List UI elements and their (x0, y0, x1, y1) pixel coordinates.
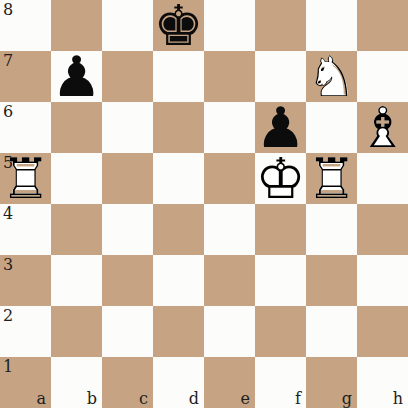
black-pawn-fill-glyph: ♟ (51, 51, 102, 102)
square-c4[interactable] (102, 204, 153, 255)
square-e7[interactable] (204, 51, 255, 102)
square-e3[interactable] (204, 255, 255, 306)
square-e6[interactable] (204, 102, 255, 153)
rank-label-2: 2 (3, 307, 13, 325)
square-g6[interactable] (306, 102, 357, 153)
file-label-e: e (241, 390, 250, 408)
white-bishop-outline-glyph: ♗ (357, 102, 408, 153)
piece-white-rook[interactable]: ♜♖ (0, 153, 51, 204)
square-g3[interactable] (306, 255, 357, 306)
piece-white-king[interactable]: ♚♔ (255, 153, 306, 204)
file-label-c: c (139, 390, 148, 408)
square-a8[interactable]: 8 (0, 0, 51, 51)
file-label-a: a (36, 390, 46, 408)
square-d5[interactable] (153, 153, 204, 204)
square-b3[interactable] (51, 255, 102, 306)
white-rook-outline-glyph: ♖ (0, 153, 51, 204)
square-g8[interactable] (306, 0, 357, 51)
square-f4[interactable] (255, 204, 306, 255)
square-f8[interactable] (255, 0, 306, 51)
white-knight-fill-glyph: ♞ (306, 51, 357, 102)
square-g1[interactable]: g (306, 357, 357, 408)
file-label-f: f (295, 390, 301, 408)
square-e4[interactable] (204, 204, 255, 255)
square-h1[interactable]: h (357, 357, 408, 408)
square-e8[interactable] (204, 0, 255, 51)
square-d6[interactable] (153, 102, 204, 153)
square-f1[interactable]: f (255, 357, 306, 408)
rank-label-7: 7 (3, 52, 13, 70)
square-e5[interactable] (204, 153, 255, 204)
white-bishop-fill-glyph: ♝ (357, 102, 408, 153)
piece-white-knight[interactable]: ♞♘ (306, 51, 357, 102)
white-king-fill-glyph: ♚ (255, 153, 306, 204)
rank-label-8: 8 (3, 1, 13, 19)
square-f7[interactable] (255, 51, 306, 102)
square-c6[interactable] (102, 102, 153, 153)
square-a3[interactable]: 3 (0, 255, 51, 306)
square-g2[interactable] (306, 306, 357, 357)
square-b1[interactable]: b (51, 357, 102, 408)
square-h4[interactable] (357, 204, 408, 255)
square-h3[interactable] (357, 255, 408, 306)
square-b4[interactable] (51, 204, 102, 255)
square-a2[interactable]: 2 (0, 306, 51, 357)
square-a5[interactable]: 5♜♖ (0, 153, 51, 204)
white-knight-outline-glyph: ♘ (306, 51, 357, 102)
square-d7[interactable] (153, 51, 204, 102)
square-a6[interactable]: 6 (0, 102, 51, 153)
chess-board: 8♚7♟♞♘6♟♝♗5♜♖♚♔♜♖4321abcdefgh (0, 0, 408, 408)
square-b7[interactable]: ♟ (51, 51, 102, 102)
piece-white-rook[interactable]: ♜♖ (306, 153, 357, 204)
square-f5[interactable]: ♚♔ (255, 153, 306, 204)
piece-black-king[interactable]: ♚ (153, 0, 204, 51)
square-g7[interactable]: ♞♘ (306, 51, 357, 102)
square-d8[interactable]: ♚ (153, 0, 204, 51)
square-e1[interactable]: e (204, 357, 255, 408)
square-h5[interactable] (357, 153, 408, 204)
piece-white-bishop[interactable]: ♝♗ (357, 102, 408, 153)
square-d2[interactable] (153, 306, 204, 357)
square-h6[interactable]: ♝♗ (357, 102, 408, 153)
square-a1[interactable]: 1a (0, 357, 51, 408)
square-h7[interactable] (357, 51, 408, 102)
rank-label-3: 3 (3, 256, 13, 274)
square-a4[interactable]: 4 (0, 204, 51, 255)
piece-black-pawn[interactable]: ♟ (255, 102, 306, 153)
square-b5[interactable] (51, 153, 102, 204)
square-e2[interactable] (204, 306, 255, 357)
square-h2[interactable] (357, 306, 408, 357)
white-rook-fill-glyph: ♜ (0, 153, 51, 204)
file-label-g: g (342, 390, 352, 408)
square-c3[interactable] (102, 255, 153, 306)
square-d1[interactable]: d (153, 357, 204, 408)
piece-black-pawn[interactable]: ♟ (51, 51, 102, 102)
square-a7[interactable]: 7 (0, 51, 51, 102)
file-label-b: b (87, 390, 97, 408)
rank-label-4: 4 (3, 205, 13, 223)
square-b2[interactable] (51, 306, 102, 357)
square-g5[interactable]: ♜♖ (306, 153, 357, 204)
square-g4[interactable] (306, 204, 357, 255)
square-f2[interactable] (255, 306, 306, 357)
rank-label-1: 1 (3, 358, 13, 376)
square-f3[interactable] (255, 255, 306, 306)
square-h8[interactable] (357, 0, 408, 51)
file-label-h: h (393, 390, 403, 408)
rank-label-6: 6 (3, 103, 13, 121)
square-d4[interactable] (153, 204, 204, 255)
black-pawn-fill-glyph: ♟ (255, 102, 306, 153)
file-label-d: d (189, 390, 199, 408)
square-c8[interactable] (102, 0, 153, 51)
square-b6[interactable] (51, 102, 102, 153)
square-d3[interactable] (153, 255, 204, 306)
square-b8[interactable] (51, 0, 102, 51)
white-rook-outline-glyph: ♖ (306, 153, 357, 204)
square-c7[interactable] (102, 51, 153, 102)
square-c5[interactable] (102, 153, 153, 204)
white-king-outline-glyph: ♔ (255, 153, 306, 204)
white-rook-fill-glyph: ♜ (306, 153, 357, 204)
square-c2[interactable] (102, 306, 153, 357)
square-c1[interactable]: c (102, 357, 153, 408)
square-f6[interactable]: ♟ (255, 102, 306, 153)
black-king-fill-glyph: ♚ (153, 0, 204, 51)
